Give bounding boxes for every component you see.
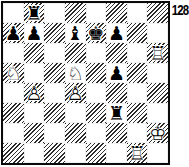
- square-b5: [24, 63, 45, 83]
- black-pawn: ♟♟: [106, 63, 127, 83]
- chess-puzzle-diagram: ♜♜♟♟♟♟♝♝♚♚♟♟♜♖♞♘♞♘♟♟♟♙♟♙♜♜♚♔♜♖ 128: [0, 0, 189, 167]
- square-b3: [24, 103, 45, 123]
- square-e6: [86, 43, 107, 63]
- square-d5: ♞♘: [65, 63, 86, 83]
- square-h5: [147, 63, 168, 83]
- square-c4: [44, 83, 65, 103]
- square-f6: [106, 43, 127, 63]
- square-b7: ♟♟: [24, 23, 45, 43]
- square-b6: [24, 43, 45, 63]
- square-e1: [86, 143, 107, 163]
- square-g5: [127, 63, 148, 83]
- square-c8: [44, 3, 65, 23]
- square-a3: [3, 103, 24, 123]
- black-pawn: ♟♟: [106, 23, 127, 43]
- black-rook: ♜♜: [24, 3, 45, 23]
- square-f8: [106, 3, 127, 23]
- square-c5: [44, 63, 65, 83]
- square-a1: [3, 143, 24, 163]
- square-e5: [86, 63, 107, 83]
- square-d7: ♝♝: [65, 23, 86, 43]
- square-e7: ♚♚: [86, 23, 107, 43]
- white-rook: ♜♖: [147, 43, 168, 63]
- square-a2: [3, 123, 24, 143]
- white-knight: ♞♘: [65, 63, 86, 83]
- black-bishop: ♝♝: [65, 23, 86, 43]
- black-pawn: ♟♟: [3, 23, 24, 43]
- square-c6: [44, 43, 65, 63]
- square-f7: ♟♟: [106, 23, 127, 43]
- square-e3: [86, 103, 107, 123]
- square-d8: [65, 3, 86, 23]
- square-a6: [3, 43, 24, 63]
- square-d1: [65, 143, 86, 163]
- square-e2: [86, 123, 107, 143]
- square-d6: [65, 43, 86, 63]
- square-h4: [147, 83, 168, 103]
- square-g7: [127, 23, 148, 43]
- square-e8: [86, 3, 107, 23]
- square-g4: [127, 83, 148, 103]
- square-d4: ♟♙: [65, 83, 86, 103]
- square-c1: [44, 143, 65, 163]
- square-a4: [3, 83, 24, 103]
- square-f3: ♜♜: [106, 103, 127, 123]
- square-h6: ♜♖: [147, 43, 168, 63]
- square-d2: [65, 123, 86, 143]
- square-g1: ♜♖: [127, 143, 148, 163]
- square-h8: [147, 3, 168, 23]
- white-knight: ♞♘: [3, 63, 24, 83]
- square-a7: ♟♟: [3, 23, 24, 43]
- white-pawn: ♟♙: [24, 83, 45, 103]
- square-a8: [3, 3, 24, 23]
- square-f5: ♟♟: [106, 63, 127, 83]
- square-c2: [44, 123, 65, 143]
- square-a5: ♞♘: [3, 63, 24, 83]
- square-b1: [24, 143, 45, 163]
- puzzle-number-label: 128: [171, 2, 188, 18]
- square-h1: [147, 143, 168, 163]
- square-b2: [24, 123, 45, 143]
- white-pawn: ♟♙: [65, 83, 86, 103]
- square-f4: [106, 83, 127, 103]
- square-c3: [44, 103, 65, 123]
- square-h2: ♚♔: [147, 123, 168, 143]
- square-h3: [147, 103, 168, 123]
- black-pawn: ♟♟: [24, 23, 45, 43]
- square-h7: [147, 23, 168, 43]
- square-g3: [127, 103, 148, 123]
- square-g6: [127, 43, 148, 63]
- white-king: ♚♔: [147, 123, 168, 143]
- square-e4: [86, 83, 107, 103]
- square-d3: [65, 103, 86, 123]
- square-f2: [106, 123, 127, 143]
- square-b4: ♟♙: [24, 83, 45, 103]
- black-king: ♚♚: [86, 23, 107, 43]
- white-rook: ♜♖: [127, 143, 148, 163]
- square-f1: [106, 143, 127, 163]
- square-g8: [127, 3, 148, 23]
- square-b8: ♜♜: [24, 3, 45, 23]
- square-c7: [44, 23, 65, 43]
- black-rook: ♜♜: [106, 103, 127, 123]
- chess-board: ♜♜♟♟♟♟♝♝♚♚♟♟♜♖♞♘♞♘♟♟♟♙♟♙♜♜♚♔♜♖: [1, 1, 170, 165]
- square-g2: [127, 123, 148, 143]
